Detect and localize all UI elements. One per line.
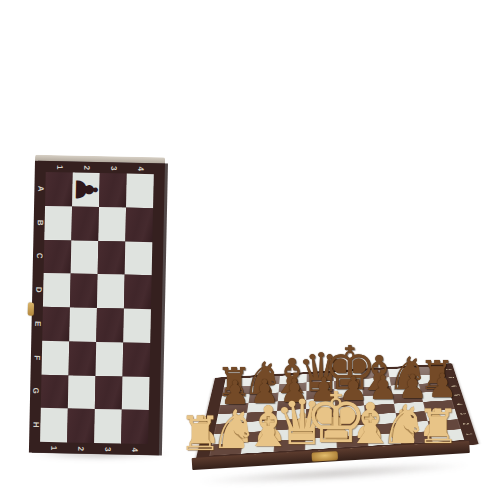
- coordinate-label: 3: [103, 446, 111, 451]
- printed-pawn-icon: ♟: [71, 176, 102, 204]
- box-square: ♟: [72, 172, 100, 206]
- coordinate-label: 4: [136, 166, 144, 171]
- box-square: [67, 409, 95, 443]
- box-square: [68, 375, 96, 409]
- coordinate-label: 4: [455, 403, 464, 405]
- coordinate-label: D: [34, 287, 42, 293]
- coordinate-label: F: [32, 355, 40, 360]
- box-checkered-face: 1234 1234 ABCDEFGH ♟: [29, 161, 165, 456]
- product-photo: 1234 1234 ABCDEFGH ♟ ABCDEFGH 87654321 ♜…: [0, 0, 500, 500]
- coordinate-label: G: [32, 388, 40, 394]
- box-square: [69, 341, 97, 375]
- box-square: [40, 408, 68, 442]
- coordinate-label: 2: [82, 165, 90, 170]
- box-square: [125, 241, 153, 275]
- box-square: [71, 240, 99, 274]
- box-square: [98, 207, 126, 241]
- coordinate-label: 2: [461, 423, 470, 425]
- coordinate-label: 1: [49, 445, 57, 450]
- box-square: [71, 206, 99, 240]
- box-square: [122, 376, 150, 410]
- box-checkerboard: ♟: [40, 172, 154, 444]
- coordinate-label: 3: [458, 413, 467, 415]
- coordinate-label: 1: [464, 433, 473, 435]
- coordinate-label: A: [36, 186, 44, 192]
- box-bottom-coordinates: 1234: [40, 442, 148, 455]
- open-chess-board: ABCDEFGH 87654321: [182, 300, 492, 460]
- box-square: [96, 342, 124, 376]
- box-square: [97, 274, 125, 308]
- coordinate-label: B: [35, 219, 43, 225]
- coordinate-label: E: [33, 321, 41, 327]
- brass-clasp-icon: [311, 451, 338, 462]
- coordinate-label: 8: [444, 369, 452, 371]
- coordinate-label: 7: [447, 377, 455, 379]
- coordinate-label: 3: [109, 166, 117, 171]
- coordinate-label: 1: [55, 164, 63, 169]
- coordinate-label: 6: [449, 385, 457, 387]
- box-square: [123, 342, 151, 376]
- box-square: [126, 174, 154, 208]
- box-square: [44, 239, 72, 273]
- coordinate-label: 4: [130, 447, 138, 452]
- coordinate-label: 5: [452, 394, 461, 396]
- folded-chess-box: 1234 1234 ABCDEFGH ♟: [29, 155, 165, 456]
- box-square: [43, 273, 71, 307]
- box-square: [123, 309, 151, 343]
- box-square: [121, 410, 149, 444]
- box-square: [96, 308, 124, 342]
- box-square: [95, 375, 123, 409]
- box-square: [42, 307, 70, 341]
- box-square: [44, 206, 72, 240]
- box-square: [69, 307, 97, 341]
- coordinate-label: H: [31, 422, 39, 428]
- box-brass-clasp-icon: [28, 303, 34, 316]
- box-square: [70, 274, 98, 308]
- box-square: [42, 341, 70, 375]
- box-square: [41, 374, 69, 408]
- box-square: [98, 241, 126, 275]
- coordinate-label: 2: [76, 446, 84, 451]
- box-square: [125, 207, 153, 241]
- box-square: [124, 275, 152, 309]
- coordinate-label: C: [34, 253, 42, 259]
- box-square: [94, 409, 122, 443]
